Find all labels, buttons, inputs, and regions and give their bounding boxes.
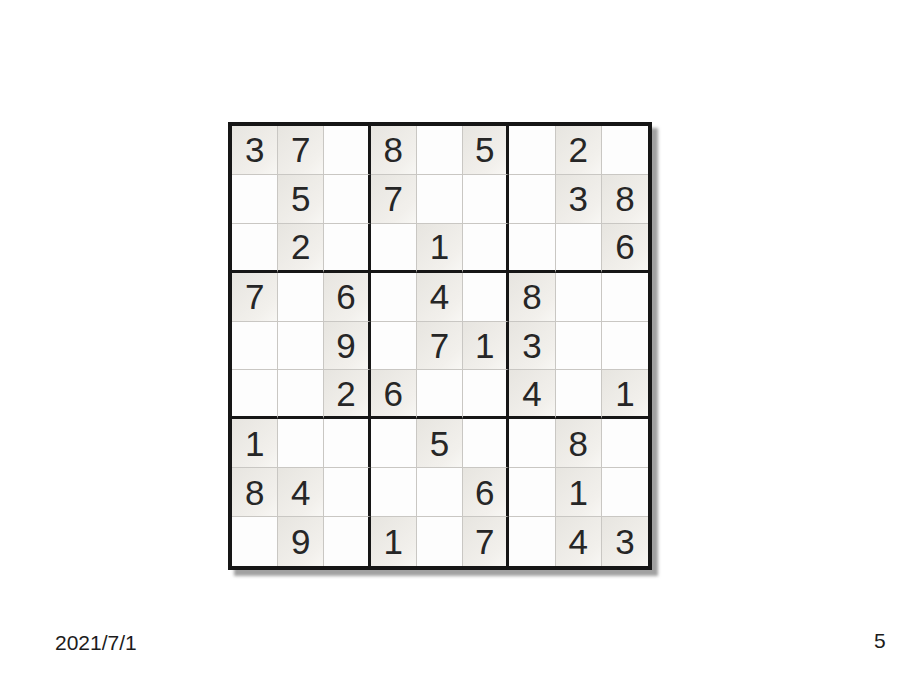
- sudoku-cell-r4c9[interactable]: [602, 273, 648, 322]
- sudoku-cell-r2c7[interactable]: [509, 175, 555, 224]
- sudoku-cell-r7c9[interactable]: [602, 419, 648, 468]
- sudoku-cell-r3c7[interactable]: [509, 224, 555, 273]
- sudoku-cell-r3c9[interactable]: 6: [602, 224, 648, 273]
- sudoku-cell-r8c6[interactable]: 6: [463, 468, 509, 517]
- sudoku-cell-r7c1[interactable]: 1: [232, 419, 278, 468]
- sudoku-board: 378525738216764897132641158846191743: [228, 122, 652, 570]
- slide-date: 2021/7/1: [55, 631, 137, 655]
- sudoku-cell-r5c3[interactable]: 9: [324, 322, 370, 371]
- sudoku-cell-r5c5[interactable]: 7: [417, 322, 463, 371]
- sudoku-cell-r3c5[interactable]: 1: [417, 224, 463, 273]
- sudoku-cell-r3c4[interactable]: [371, 224, 417, 273]
- sudoku-cell-r4c6[interactable]: [463, 273, 509, 322]
- sudoku-cell-r2c4[interactable]: 7: [371, 175, 417, 224]
- sudoku-cell-r5c2[interactable]: [278, 322, 324, 371]
- sudoku-cell-r8c9[interactable]: [602, 468, 648, 517]
- sudoku-cell-r9c2[interactable]: 9: [278, 517, 324, 566]
- sudoku-cell-r9c4[interactable]: 1: [371, 517, 417, 566]
- sudoku-cell-r8c5[interactable]: [417, 468, 463, 517]
- sudoku-cell-r6c4[interactable]: 6: [371, 370, 417, 419]
- sudoku-cell-r6c2[interactable]: [278, 370, 324, 419]
- sudoku-cell-r1c7[interactable]: [509, 126, 555, 175]
- sudoku-cell-r1c5[interactable]: [417, 126, 463, 175]
- sudoku-cell-r7c2[interactable]: [278, 419, 324, 468]
- sudoku-cell-r9c7[interactable]: [509, 517, 555, 566]
- sudoku-cell-r8c1[interactable]: 8: [232, 468, 278, 517]
- sudoku-cell-r4c5[interactable]: 4: [417, 273, 463, 322]
- sudoku-cell-r8c4[interactable]: [371, 468, 417, 517]
- sudoku-cell-r9c8[interactable]: 4: [556, 517, 602, 566]
- sudoku-cell-r5c1[interactable]: [232, 322, 278, 371]
- sudoku-cell-r1c9[interactable]: [602, 126, 648, 175]
- sudoku-cell-r9c3[interactable]: [324, 517, 370, 566]
- sudoku-cell-r4c1[interactable]: 7: [232, 273, 278, 322]
- sudoku-cell-r6c9[interactable]: 1: [602, 370, 648, 419]
- sudoku-cell-r5c8[interactable]: [556, 322, 602, 371]
- sudoku-cell-r2c6[interactable]: [463, 175, 509, 224]
- sudoku-cell-r2c8[interactable]: 3: [556, 175, 602, 224]
- presentation-slide: 378525738216764897132641158846191743 202…: [0, 0, 920, 690]
- sudoku-cell-r8c7[interactable]: [509, 468, 555, 517]
- sudoku-cell-r6c8[interactable]: [556, 370, 602, 419]
- sudoku-cell-r5c4[interactable]: [371, 322, 417, 371]
- sudoku-cell-r3c1[interactable]: [232, 224, 278, 273]
- sudoku-cell-r2c3[interactable]: [324, 175, 370, 224]
- sudoku-cell-r1c4[interactable]: 8: [371, 126, 417, 175]
- sudoku-cell-r1c6[interactable]: 5: [463, 126, 509, 175]
- sudoku-cell-r1c8[interactable]: 2: [556, 126, 602, 175]
- sudoku-cell-r6c1[interactable]: [232, 370, 278, 419]
- sudoku-cell-r4c2[interactable]: [278, 273, 324, 322]
- sudoku-cell-r1c1[interactable]: 3: [232, 126, 278, 175]
- sudoku-cell-r2c5[interactable]: [417, 175, 463, 224]
- sudoku-cell-r3c6[interactable]: [463, 224, 509, 273]
- sudoku-cell-r9c5[interactable]: [417, 517, 463, 566]
- sudoku-cell-r3c3[interactable]: [324, 224, 370, 273]
- sudoku-cell-r7c5[interactable]: 5: [417, 419, 463, 468]
- sudoku-cell-r5c6[interactable]: 1: [463, 322, 509, 371]
- sudoku-cell-r1c2[interactable]: 7: [278, 126, 324, 175]
- sudoku-cell-r4c4[interactable]: [371, 273, 417, 322]
- sudoku-cell-r3c8[interactable]: [556, 224, 602, 273]
- sudoku-cell-r3c2[interactable]: 2: [278, 224, 324, 273]
- sudoku-cell-r2c2[interactable]: 5: [278, 175, 324, 224]
- sudoku-cell-r7c8[interactable]: 8: [556, 419, 602, 468]
- sudoku-cell-r4c7[interactable]: 8: [509, 273, 555, 322]
- sudoku-cell-r7c6[interactable]: [463, 419, 509, 468]
- sudoku-cell-r2c9[interactable]: 8: [602, 175, 648, 224]
- sudoku-cell-r9c1[interactable]: [232, 517, 278, 566]
- sudoku-cell-r6c3[interactable]: 2: [324, 370, 370, 419]
- sudoku-cell-r8c2[interactable]: 4: [278, 468, 324, 517]
- sudoku-cell-r9c9[interactable]: 3: [602, 517, 648, 566]
- sudoku-cell-r4c8[interactable]: [556, 273, 602, 322]
- sudoku-cell-r9c6[interactable]: 7: [463, 517, 509, 566]
- sudoku-cell-r1c3[interactable]: [324, 126, 370, 175]
- sudoku-cell-r8c3[interactable]: [324, 468, 370, 517]
- sudoku-cell-r5c9[interactable]: [602, 322, 648, 371]
- sudoku-cell-r6c6[interactable]: [463, 370, 509, 419]
- sudoku-cell-r7c4[interactable]: [371, 419, 417, 468]
- slide-page-number: 5: [874, 629, 886, 653]
- sudoku-cell-r6c5[interactable]: [417, 370, 463, 419]
- sudoku-cell-r5c7[interactable]: 3: [509, 322, 555, 371]
- sudoku-cell-r7c3[interactable]: [324, 419, 370, 468]
- sudoku-cell-r6c7[interactable]: 4: [509, 370, 555, 419]
- sudoku-cell-r4c3[interactable]: 6: [324, 273, 370, 322]
- sudoku-cell-r7c7[interactable]: [509, 419, 555, 468]
- sudoku-cell-r2c1[interactable]: [232, 175, 278, 224]
- sudoku-cell-r8c8[interactable]: 1: [556, 468, 602, 517]
